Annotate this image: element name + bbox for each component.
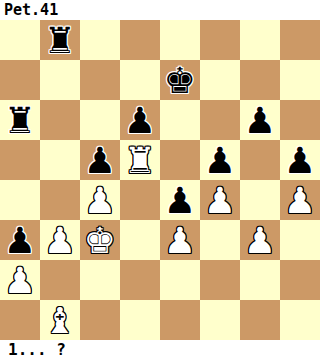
square-h5[interactable]: ♟ (280, 140, 320, 180)
square-d7[interactable] (120, 60, 160, 100)
piece-white-pawn: ♟ (80, 180, 120, 220)
chess-board: ♜♚♜♟♟♟♜♟♟♟♟♟♟♟♟♚♟♟♟♝ (0, 20, 320, 340)
piece-black-pawn: ♟ (200, 140, 240, 180)
piece-white-pawn: ♟ (200, 180, 240, 220)
square-f6[interactable] (200, 100, 240, 140)
square-b4[interactable] (40, 180, 80, 220)
square-a2[interactable]: ♟ (0, 260, 40, 300)
square-d5[interactable]: ♜ (120, 140, 160, 180)
piece-black-rook: ♜ (0, 100, 40, 140)
square-g3[interactable]: ♟ (240, 220, 280, 260)
square-g7[interactable] (240, 60, 280, 100)
square-f3[interactable] (200, 220, 240, 260)
square-h7[interactable] (280, 60, 320, 100)
square-f2[interactable] (200, 260, 240, 300)
square-a8[interactable] (0, 20, 40, 60)
square-e4[interactable]: ♟ (160, 180, 200, 220)
square-b6[interactable] (40, 100, 80, 140)
square-a1[interactable] (0, 300, 40, 340)
square-c8[interactable] (80, 20, 120, 60)
piece-black-pawn: ♟ (160, 180, 200, 220)
piece-white-king: ♚ (80, 220, 120, 260)
square-g1[interactable] (240, 300, 280, 340)
square-b8[interactable]: ♜ (40, 20, 80, 60)
square-e6[interactable] (160, 100, 200, 140)
square-h4[interactable]: ♟ (280, 180, 320, 220)
square-c6[interactable] (80, 100, 120, 140)
piece-black-pawn: ♟ (240, 100, 280, 140)
square-g6[interactable]: ♟ (240, 100, 280, 140)
square-b5[interactable] (40, 140, 80, 180)
piece-white-bishop: ♝ (40, 300, 80, 340)
square-h3[interactable] (280, 220, 320, 260)
piece-white-pawn: ♟ (160, 220, 200, 260)
square-g4[interactable] (240, 180, 280, 220)
square-h6[interactable] (280, 100, 320, 140)
square-e5[interactable] (160, 140, 200, 180)
square-c1[interactable] (80, 300, 120, 340)
piece-white-rook: ♜ (120, 140, 160, 180)
square-f1[interactable] (200, 300, 240, 340)
piece-white-pawn: ♟ (240, 220, 280, 260)
square-e3[interactable]: ♟ (160, 220, 200, 260)
square-a3[interactable]: ♟ (0, 220, 40, 260)
square-a5[interactable] (0, 140, 40, 180)
piece-white-pawn: ♟ (0, 260, 40, 300)
puzzle-title: Pet.41 (0, 0, 320, 20)
piece-white-pawn: ♟ (280, 180, 320, 220)
square-c5[interactable]: ♟ (80, 140, 120, 180)
square-d8[interactable] (120, 20, 160, 60)
piece-black-pawn: ♟ (280, 140, 320, 180)
square-a4[interactable] (0, 180, 40, 220)
square-a7[interactable] (0, 60, 40, 100)
square-d6[interactable]: ♟ (120, 100, 160, 140)
square-e8[interactable] (160, 20, 200, 60)
piece-black-pawn: ♟ (80, 140, 120, 180)
square-c3[interactable]: ♚ (80, 220, 120, 260)
square-c4[interactable]: ♟ (80, 180, 120, 220)
piece-black-pawn: ♟ (120, 100, 160, 140)
square-a6[interactable]: ♜ (0, 100, 40, 140)
square-g8[interactable] (240, 20, 280, 60)
square-e7[interactable]: ♚ (160, 60, 200, 100)
piece-white-pawn: ♟ (40, 220, 80, 260)
square-d4[interactable] (120, 180, 160, 220)
square-e1[interactable] (160, 300, 200, 340)
square-f5[interactable]: ♟ (200, 140, 240, 180)
square-h8[interactable] (280, 20, 320, 60)
piece-black-pawn: ♟ (0, 220, 40, 260)
square-f8[interactable] (200, 20, 240, 60)
square-b3[interactable]: ♟ (40, 220, 80, 260)
square-b2[interactable] (40, 260, 80, 300)
square-f4[interactable]: ♟ (200, 180, 240, 220)
square-f7[interactable] (200, 60, 240, 100)
square-b7[interactable] (40, 60, 80, 100)
square-c7[interactable] (80, 60, 120, 100)
square-e2[interactable] (160, 260, 200, 300)
square-d1[interactable] (120, 300, 160, 340)
square-b1[interactable]: ♝ (40, 300, 80, 340)
piece-black-king: ♚ (160, 60, 200, 100)
square-c2[interactable] (80, 260, 120, 300)
square-g5[interactable] (240, 140, 280, 180)
move-prompt: 1... ? (0, 340, 320, 360)
square-h2[interactable] (280, 260, 320, 300)
square-g2[interactable] (240, 260, 280, 300)
piece-black-rook: ♜ (40, 20, 80, 60)
chess-puzzle-app: Pet.41 ♜♚♜♟♟♟♜♟♟♟♟♟♟♟♟♚♟♟♟♝ 1... ? (0, 0, 320, 360)
square-h1[interactable] (280, 300, 320, 340)
square-d3[interactable] (120, 220, 160, 260)
square-d2[interactable] (120, 260, 160, 300)
